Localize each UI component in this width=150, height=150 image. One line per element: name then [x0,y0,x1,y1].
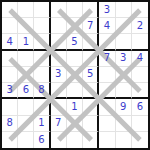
given-digit: 4 [104,21,110,31]
cell-r7c6[interactable] [83,99,99,115]
cell-r7c2[interactable] [18,99,34,115]
given-digit: 6 [38,135,44,145]
cell-r6c5[interactable] [67,83,83,99]
given-digit: 7 [104,53,110,63]
cell-r7c1[interactable] [2,99,18,115]
given-digit: 7 [55,118,61,128]
cell-r5c7[interactable] [99,67,115,83]
cell-r8c4[interactable]: 7 [51,116,67,132]
cell-r8c6[interactable] [83,116,99,132]
cell-r1c2[interactable] [18,2,34,18]
cell-r5c4[interactable]: 3 [51,67,67,83]
cell-r3c3[interactable] [34,34,50,50]
cell-r9c7[interactable] [99,132,115,148]
given-digit: 1 [71,102,77,112]
cell-r8c8[interactable] [116,116,132,132]
cell-r3c2[interactable]: 1 [18,34,34,50]
cell-r6c9[interactable] [132,83,148,99]
cell-r9c3[interactable]: 6 [34,132,50,148]
cell-r9c8[interactable] [116,132,132,148]
cell-r1c5[interactable] [67,2,83,18]
cell-r5c8[interactable] [116,67,132,83]
cell-r7c8[interactable]: 9 [116,99,132,115]
cell-r4c8[interactable]: 3 [116,51,132,67]
cell-r6c2[interactable]: 6 [18,83,34,99]
cell-r2c6[interactable]: 7 [83,18,99,34]
given-digit: 8 [38,85,44,95]
cell-r3c1[interactable]: 4 [2,34,18,50]
cell-r6c7[interactable] [99,83,115,99]
cell-r4c4[interactable] [51,51,67,67]
cell-r4c7[interactable]: 7 [99,51,115,67]
cell-r3c5[interactable]: 5 [67,34,83,50]
cell-r2c1[interactable] [2,18,18,34]
cell-r2c7[interactable]: 4 [99,18,115,34]
given-digit: 3 [6,85,12,95]
cell-r4c3[interactable] [34,51,50,67]
cell-r4c2[interactable] [18,51,34,67]
given-digit: 3 [120,53,126,63]
given-digit: 1 [38,118,44,128]
given-digit: 9 [120,102,126,112]
cell-r5c3[interactable] [34,67,50,83]
given-digit: 6 [23,85,29,95]
cell-r7c7[interactable] [99,99,115,115]
cell-r7c9[interactable]: 6 [132,99,148,115]
cell-r5c5[interactable] [67,67,83,83]
cell-r6c4[interactable] [51,83,67,99]
cell-r8c1[interactable]: 8 [2,116,18,132]
given-digit: 7 [87,21,93,31]
cell-r9c6[interactable] [83,132,99,148]
cell-r1c9[interactable] [132,2,148,18]
cell-r8c3[interactable]: 1 [34,116,50,132]
cell-r3c8[interactable] [116,34,132,50]
given-digit: 3 [55,69,61,79]
cell-r2c9[interactable]: 2 [132,18,148,34]
given-digit: 4 [137,53,143,63]
given-digit: 3 [104,5,110,15]
cell-r9c9[interactable] [132,132,148,148]
sudoku-grid: 3742415734353681968176 [2,2,148,148]
cell-r5c9[interactable] [132,67,148,83]
cell-r7c3[interactable] [34,99,50,115]
given-digit: 8 [6,118,12,128]
cell-r5c6[interactable]: 5 [83,67,99,83]
cell-r6c6[interactable] [83,83,99,99]
cell-r1c3[interactable] [34,2,50,18]
cell-r5c1[interactable] [2,67,18,83]
cell-r8c2[interactable] [18,116,34,132]
cell-r1c8[interactable] [116,2,132,18]
cell-r3c6[interactable] [83,34,99,50]
cell-r3c9[interactable] [132,34,148,50]
cell-r8c9[interactable] [132,116,148,132]
given-digit: 5 [87,69,93,79]
cell-r1c7[interactable]: 3 [99,2,115,18]
cell-r4c1[interactable] [2,51,18,67]
cell-r2c5[interactable] [67,18,83,34]
cell-r7c5[interactable]: 1 [67,99,83,115]
cell-r6c1[interactable]: 3 [2,83,18,99]
cell-r2c8[interactable] [116,18,132,34]
cell-r3c7[interactable] [99,34,115,50]
cell-r3c4[interactable] [51,34,67,50]
given-digit: 2 [137,21,143,31]
cell-r9c4[interactable] [51,132,67,148]
cell-r1c1[interactable] [2,2,18,18]
cell-r4c5[interactable] [67,51,83,67]
cell-r6c8[interactable] [116,83,132,99]
cell-r9c1[interactable] [2,132,18,148]
cell-r2c4[interactable] [51,18,67,34]
cell-r6c3[interactable]: 8 [34,83,50,99]
cell-r1c4[interactable] [51,2,67,18]
cell-r4c9[interactable]: 4 [132,51,148,67]
argyle-sudoku-board: 3742415734353681968176 [0,0,150,150]
cell-r9c2[interactable] [18,132,34,148]
cell-r8c5[interactable] [67,116,83,132]
cell-r4c6[interactable] [83,51,99,67]
cell-r7c4[interactable] [51,99,67,115]
cell-r2c2[interactable] [18,18,34,34]
cell-r8c7[interactable] [99,116,115,132]
cell-r2c3[interactable] [34,18,50,34]
given-digit: 5 [71,37,77,47]
cell-r9c5[interactable] [67,132,83,148]
given-digit: 1 [23,37,29,47]
cell-r1c6[interactable] [83,2,99,18]
given-digit: 6 [137,102,143,112]
given-digit: 4 [6,37,12,47]
cell-r5c2[interactable] [18,67,34,83]
